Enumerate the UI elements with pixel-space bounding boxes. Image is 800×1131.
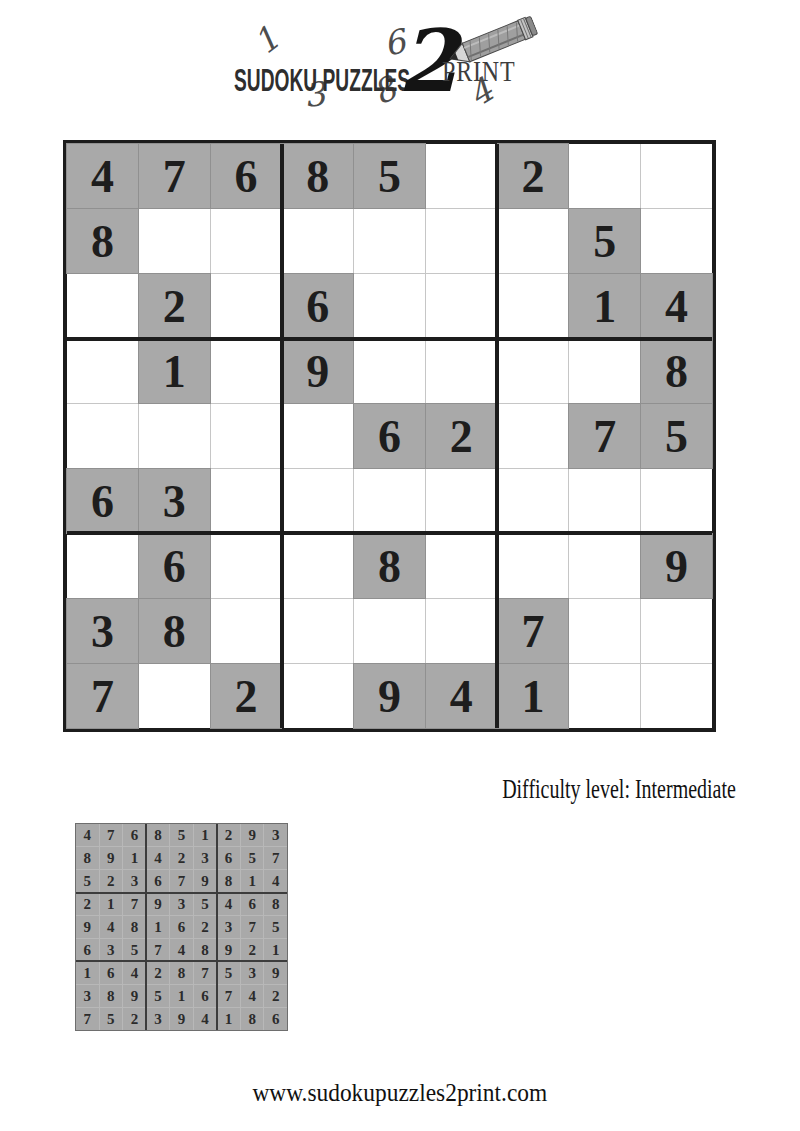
puzzle-cell-r4c8[interactable] xyxy=(569,339,640,403)
solution-cell-r7c1: 1 xyxy=(76,962,99,984)
puzzle-cell-r5c7[interactable] xyxy=(498,404,569,468)
page: 1 3 6 8 4 SUDOKU PUZZLES 2 PRINT xyxy=(0,0,800,1131)
solution-cell-r9c6: 4 xyxy=(194,1008,217,1030)
puzzle-cell-r9c4[interactable] xyxy=(282,664,353,728)
solution-cell-r7c9: 9 xyxy=(264,962,287,984)
puzzle-cell-r1c2: 7 xyxy=(139,144,210,208)
solution-cell-r3c4: 6 xyxy=(147,870,170,892)
solution-cell-r1c4: 8 xyxy=(147,824,170,846)
solution-cell-r8c4: 5 xyxy=(147,985,170,1007)
solution-cell-r7c3: 4 xyxy=(123,962,146,984)
solution-cell-r6c4: 7 xyxy=(147,939,170,961)
puzzle-cell-r1c8[interactable] xyxy=(569,144,640,208)
puzzle-cell-r1c3: 6 xyxy=(211,144,282,208)
puzzle-cell-r1c9[interactable] xyxy=(641,144,712,208)
logo-scatter-digit-1: 1 xyxy=(248,21,285,60)
solution-cell-r8c6: 6 xyxy=(194,985,217,1007)
solution-cell-r6c3: 5 xyxy=(123,939,146,961)
solution-cell-r2c4: 4 xyxy=(147,847,170,869)
puzzle-cell-r1c4: 8 xyxy=(282,144,353,208)
puzzle-cell-r5c5: 6 xyxy=(354,404,425,468)
solution-cell-r7c7: 5 xyxy=(217,962,240,984)
solution-cell-r8c2: 8 xyxy=(100,985,123,1007)
puzzle-cell-r8c8[interactable] xyxy=(569,599,640,663)
solution-cell-r6c7: 9 xyxy=(217,939,240,961)
puzzle-cell-r9c3: 2 xyxy=(211,664,282,728)
solution-cell-r1c1: 4 xyxy=(76,824,99,846)
puzzle-cell-r3c5[interactable] xyxy=(354,274,425,338)
puzzle-cell-r2c8: 5 xyxy=(569,209,640,273)
puzzle-cell-r6c8[interactable] xyxy=(569,469,640,533)
puzzle-cell-r6c6[interactable] xyxy=(426,469,497,533)
solution-cell-r1c8: 9 xyxy=(241,824,264,846)
puzzle-cell-r2c6[interactable] xyxy=(426,209,497,273)
solution-cell-r6c9: 1 xyxy=(264,939,287,961)
sudoku-puzzle-grid: 47685285261419862756368938772941 xyxy=(63,140,716,732)
solution-cell-r7c8: 3 xyxy=(241,962,264,984)
puzzle-cell-r3c2: 2 xyxy=(139,274,210,338)
puzzle-cell-r8c6[interactable] xyxy=(426,599,497,663)
solution-cell-r9c8: 8 xyxy=(241,1008,264,1030)
solution-cell-r6c5: 4 xyxy=(170,939,193,961)
puzzle-cell-r6c5[interactable] xyxy=(354,469,425,533)
puzzle-cell-r3c6[interactable] xyxy=(426,274,497,338)
box-divider-vertical-2 xyxy=(495,144,499,728)
solution-cell-r8c9: 2 xyxy=(264,985,287,1007)
solution-cell-r4c4: 9 xyxy=(147,893,170,915)
puzzle-cell-r3c9: 4 xyxy=(641,274,712,338)
puzzle-cell-r9c8[interactable] xyxy=(569,664,640,728)
puzzle-cell-r1c1: 4 xyxy=(67,144,138,208)
solution-cell-r3c8: 1 xyxy=(241,870,264,892)
puzzle-cell-r4c5[interactable] xyxy=(354,339,425,403)
puzzle-cell-r4c9: 8 xyxy=(641,339,712,403)
solution-cell-r1c2: 7 xyxy=(100,824,123,846)
puzzle-cell-r5c1[interactable] xyxy=(67,404,138,468)
solution-cell-r9c4: 3 xyxy=(147,1008,170,1030)
box-divider-vertical-1 xyxy=(145,824,147,1030)
solution-cell-r2c2: 9 xyxy=(100,847,123,869)
box-divider-horizontal-1 xyxy=(67,337,712,341)
puzzle-cell-r6c3[interactable] xyxy=(211,469,282,533)
puzzle-cell-r8c1: 3 xyxy=(67,599,138,663)
solution-cell-r4c8: 6 xyxy=(241,893,264,915)
puzzle-cell-r3c7[interactable] xyxy=(498,274,569,338)
puzzle-cell-r4c1[interactable] xyxy=(67,339,138,403)
puzzle-cell-r2c5[interactable] xyxy=(354,209,425,273)
puzzle-cell-r1c6[interactable] xyxy=(426,144,497,208)
solution-cell-r4c3: 7 xyxy=(123,893,146,915)
puzzle-cell-r3c8: 1 xyxy=(569,274,640,338)
puzzle-cell-r9c9[interactable] xyxy=(641,664,712,728)
puzzle-cell-r1c5: 5 xyxy=(354,144,425,208)
puzzle-cell-r8c9[interactable] xyxy=(641,599,712,663)
solution-cell-r4c7: 4 xyxy=(217,893,240,915)
solution-cell-r6c2: 3 xyxy=(100,939,123,961)
solution-cell-r5c8: 7 xyxy=(241,916,264,938)
solution-cell-r9c3: 2 xyxy=(123,1008,146,1030)
solution-cell-r4c5: 3 xyxy=(170,893,193,915)
solution-cell-r4c6: 5 xyxy=(194,893,217,915)
solution-cell-r8c1: 3 xyxy=(76,985,99,1007)
puzzle-cell-r5c3[interactable] xyxy=(211,404,282,468)
solution-cell-r7c2: 6 xyxy=(100,962,123,984)
puzzle-cell-r7c7[interactable] xyxy=(498,534,569,598)
solution-cell-r3c6: 9 xyxy=(194,870,217,892)
puzzle-cell-r7c5: 8 xyxy=(354,534,425,598)
puzzle-cell-r2c4[interactable] xyxy=(282,209,353,273)
solution-cell-r1c9: 3 xyxy=(264,824,287,846)
solution-cell-r9c2: 5 xyxy=(100,1008,123,1030)
puzzle-cell-r4c6[interactable] xyxy=(426,339,497,403)
puzzle-cell-r5c2[interactable] xyxy=(139,404,210,468)
puzzle-cell-r7c1[interactable] xyxy=(67,534,138,598)
box-divider-vertical-2 xyxy=(216,824,218,1030)
puzzle-cell-r8c2: 8 xyxy=(139,599,210,663)
solution-cell-r8c8: 4 xyxy=(241,985,264,1007)
solution-cell-r3c7: 8 xyxy=(217,870,240,892)
solution-cell-r3c9: 4 xyxy=(264,870,287,892)
solution-cell-r1c5: 5 xyxy=(170,824,193,846)
puzzle-cell-r2c3[interactable] xyxy=(211,209,282,273)
puzzle-cell-r8c4[interactable] xyxy=(282,599,353,663)
solution-cell-r2c8: 5 xyxy=(241,847,264,869)
footer-url: www.sudokupuzzles2print.com xyxy=(0,1078,800,1108)
puzzle-cell-r6c9[interactable] xyxy=(641,469,712,533)
solution-cell-r3c5: 7 xyxy=(170,870,193,892)
puzzle-cell-r7c2: 6 xyxy=(139,534,210,598)
solution-cell-r8c3: 9 xyxy=(123,985,146,1007)
solution-cell-r5c6: 2 xyxy=(194,916,217,938)
puzzle-cell-r8c5[interactable] xyxy=(354,599,425,663)
solution-cell-r4c9: 8 xyxy=(264,893,287,915)
solution-cell-r4c2: 1 xyxy=(100,893,123,915)
solution-cell-r9c5: 9 xyxy=(170,1008,193,1030)
solution-cell-r5c9: 5 xyxy=(264,916,287,938)
box-divider-horizontal-2 xyxy=(67,531,712,535)
sudoku-solution-grid: 4768512938914236575236798142179354689481… xyxy=(75,823,288,1031)
solution-cell-r5c5: 6 xyxy=(170,916,193,938)
solution-cell-r1c3: 6 xyxy=(123,824,146,846)
solution-cell-r2c9: 7 xyxy=(264,847,287,869)
solution-cell-r7c4: 2 xyxy=(147,962,170,984)
solution-cell-r8c7: 7 xyxy=(217,985,240,1007)
solution-cell-r6c6: 8 xyxy=(194,939,217,961)
puzzle-cell-r2c7[interactable] xyxy=(498,209,569,273)
box-divider-vertical-1 xyxy=(280,144,284,728)
solution-cell-r1c7: 2 xyxy=(217,824,240,846)
puzzle-cell-r5c9: 5 xyxy=(641,404,712,468)
solution-cell-r5c2: 4 xyxy=(100,916,123,938)
solution-cell-r9c1: 7 xyxy=(76,1008,99,1030)
puzzle-cell-r9c1: 7 xyxy=(67,664,138,728)
puzzle-cell-r6c1: 6 xyxy=(67,469,138,533)
solution-cell-r3c1: 5 xyxy=(76,870,99,892)
solution-cell-r9c9: 6 xyxy=(264,1008,287,1030)
solution-cell-r3c3: 3 xyxy=(123,870,146,892)
solution-cell-r2c1: 8 xyxy=(76,847,99,869)
puzzle-cell-r7c9: 9 xyxy=(641,534,712,598)
puzzle-cell-r4c7[interactable] xyxy=(498,339,569,403)
difficulty-label: Difficulty level: Intermediate xyxy=(300,774,736,805)
solution-cell-r1c6: 1 xyxy=(194,824,217,846)
solution-cell-r8c5: 1 xyxy=(170,985,193,1007)
puzzle-cell-r4c4: 9 xyxy=(282,339,353,403)
puzzle-cell-r3c3[interactable] xyxy=(211,274,282,338)
puzzle-cell-r7c3[interactable] xyxy=(211,534,282,598)
solution-cell-r5c4: 1 xyxy=(147,916,170,938)
puzzle-cell-r4c3[interactable] xyxy=(211,339,282,403)
solution-cell-r5c7: 3 xyxy=(217,916,240,938)
solution-cell-r2c7: 6 xyxy=(217,847,240,869)
puzzle-cell-r9c6: 4 xyxy=(426,664,497,728)
solution-cell-r5c3: 8 xyxy=(123,916,146,938)
puzzle-cell-r3c1[interactable] xyxy=(67,274,138,338)
solution-cell-r6c8: 2 xyxy=(241,939,264,961)
puzzle-cell-r7c4[interactable] xyxy=(282,534,353,598)
puzzle-cell-r8c7: 7 xyxy=(498,599,569,663)
puzzle-cell-r3c4: 6 xyxy=(282,274,353,338)
solution-cell-r2c6: 3 xyxy=(194,847,217,869)
puzzle-cell-r2c9[interactable] xyxy=(641,209,712,273)
solution-cell-r7c6: 7 xyxy=(194,962,217,984)
solution-cell-r9c7: 1 xyxy=(217,1008,240,1030)
puzzle-cell-r5c8: 7 xyxy=(569,404,640,468)
logo: 1 3 6 8 4 SUDOKU PUZZLES 2 PRINT xyxy=(230,18,550,114)
puzzle-cell-r8c3[interactable] xyxy=(211,599,282,663)
solution-cell-r2c5: 2 xyxy=(170,847,193,869)
puzzle-cell-r7c6[interactable] xyxy=(426,534,497,598)
puzzle-cell-r5c6: 2 xyxy=(426,404,497,468)
solution-cell-r7c5: 8 xyxy=(170,962,193,984)
puzzle-cell-r6c4[interactable] xyxy=(282,469,353,533)
puzzle-cell-r4c2: 1 xyxy=(139,339,210,403)
puzzle-cell-r6c2: 3 xyxy=(139,469,210,533)
box-divider-horizontal-1 xyxy=(76,892,287,894)
logo-title: SUDOKU PUZZLES xyxy=(234,62,410,99)
puzzle-cell-r6c7[interactable] xyxy=(498,469,569,533)
puzzle-cell-r9c5: 9 xyxy=(354,664,425,728)
solution-cell-r4c1: 2 xyxy=(76,893,99,915)
solution-cell-r2c3: 1 xyxy=(123,847,146,869)
puzzle-cell-r5c4[interactable] xyxy=(282,404,353,468)
solution-cell-r6c1: 6 xyxy=(76,939,99,961)
puzzle-cell-r2c2[interactable] xyxy=(139,209,210,273)
puzzle-cell-r7c8[interactable] xyxy=(569,534,640,598)
puzzle-cell-r2c1: 8 xyxy=(67,209,138,273)
solution-cell-r5c1: 9 xyxy=(76,916,99,938)
box-divider-horizontal-2 xyxy=(76,960,287,962)
puzzle-cell-r9c2[interactable] xyxy=(139,664,210,728)
solution-cell-r3c2: 2 xyxy=(100,870,123,892)
puzzle-cell-r1c7: 2 xyxy=(498,144,569,208)
puzzle-cell-r9c7: 1 xyxy=(498,664,569,728)
